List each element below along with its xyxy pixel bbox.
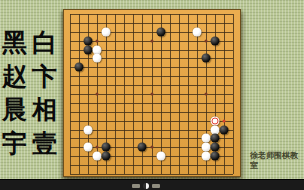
black-stone [102,152,111,161]
grid-line-vertical [233,14,234,174]
white-stone [93,152,102,161]
white-player-column: 白卞相壹 [31,26,58,160]
star-point [96,146,99,149]
grid-line-vertical [197,14,198,174]
timeline-chip-icon[interactable] [152,184,160,188]
white-stone [93,54,102,63]
video-frame: 黑赵晨宇 白卞相壹 徐老师围棋教室 [0,0,304,190]
grid-line-vertical [179,14,180,174]
play-toggle-icon[interactable] [143,183,149,189]
star-point [204,93,207,96]
player-names-panel: 黑赵晨宇 白卞相壹 [1,26,58,160]
last-move-marker [211,117,218,124]
white-stone [156,152,165,161]
grid-line-horizontal [70,165,233,166]
black-stone [138,143,147,152]
grid-line-vertical [170,14,171,174]
player-controls [132,183,160,189]
grid-line-horizontal [70,103,233,104]
black-stone [210,134,219,143]
grid-line-vertical [224,14,225,174]
black-stone [84,36,93,45]
star-point [150,146,153,149]
white-stone [192,27,201,36]
white-stone [201,143,210,152]
player-control-bar[interactable] [0,179,304,190]
black-stone [219,125,228,134]
grid-line-vertical [188,14,189,174]
red-dot-marker [222,119,225,122]
black-stone [156,27,165,36]
star-point [204,39,207,42]
black-stone [210,143,219,152]
white-stone [210,125,219,134]
white-stone [84,125,93,134]
grid-line-horizontal [70,112,233,113]
black-stone [84,45,93,54]
go-board [63,9,241,177]
white-stone [201,152,210,161]
black-stone [102,143,111,152]
black-stone [75,63,84,72]
black-stone [210,36,219,45]
star-point [96,93,99,96]
black-player-column: 黑赵晨宇 [1,26,28,160]
white-stone [84,143,93,152]
star-point [96,39,99,42]
watermark: 徐老师围棋教室 [250,151,304,171]
grid-line-vertical [161,14,162,174]
star-point [150,39,153,42]
white-stone [201,134,210,143]
black-stone [210,152,219,161]
black-stone [201,54,210,63]
star-point [150,93,153,96]
white-stone [93,45,102,54]
grid-line-horizontal [70,130,233,131]
board-grid [70,14,233,174]
timeline-chip-icon[interactable] [132,184,140,188]
grid-line-horizontal [70,174,233,175]
white-stone [102,27,111,36]
grid-line-horizontal [70,121,233,122]
